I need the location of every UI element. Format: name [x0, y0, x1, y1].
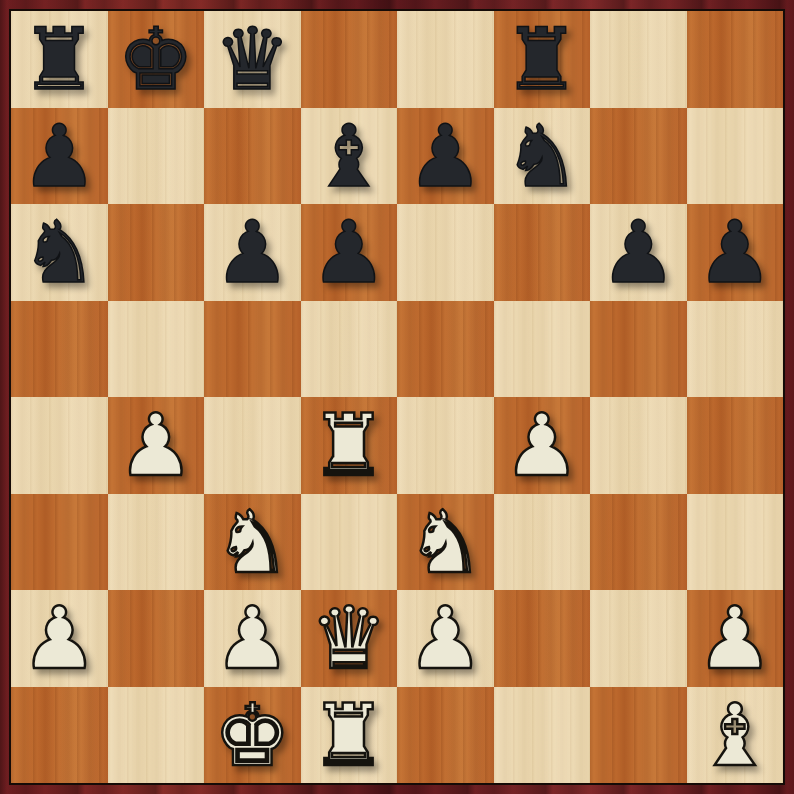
square-g4[interactable]: [590, 397, 687, 494]
square-c8[interactable]: ♛: [204, 11, 301, 108]
square-b5[interactable]: [108, 301, 205, 398]
square-e3[interactable]: ♞: [397, 494, 494, 591]
square-g3[interactable]: [590, 494, 687, 591]
square-g2[interactable]: [590, 590, 687, 687]
white-pawn-a2[interactable]: ♟: [21, 595, 98, 681]
black-pawn-c6[interactable]: ♟: [214, 209, 291, 295]
square-f2[interactable]: [494, 590, 591, 687]
square-h5[interactable]: [687, 301, 784, 398]
square-g5[interactable]: [590, 301, 687, 398]
square-d7[interactable]: ♝: [301, 108, 398, 205]
black-pawn-d6[interactable]: ♟: [310, 209, 387, 295]
square-c2[interactable]: ♟: [204, 590, 301, 687]
square-d3[interactable]: [301, 494, 398, 591]
square-f8[interactable]: ♜: [494, 11, 591, 108]
square-d6[interactable]: ♟: [301, 204, 398, 301]
square-c1[interactable]: ♚: [204, 687, 301, 784]
square-g1[interactable]: [590, 687, 687, 784]
square-c6[interactable]: ♟: [204, 204, 301, 301]
square-a4[interactable]: [11, 397, 108, 494]
white-knight-e3[interactable]: ♞: [407, 499, 484, 585]
square-f3[interactable]: [494, 494, 591, 591]
square-h4[interactable]: [687, 397, 784, 494]
square-b7[interactable]: [108, 108, 205, 205]
black-pawn-h6[interactable]: ♟: [696, 209, 773, 295]
square-a1[interactable]: [11, 687, 108, 784]
square-f5[interactable]: [494, 301, 591, 398]
square-a2[interactable]: ♟: [11, 590, 108, 687]
black-rook-a8[interactable]: ♜: [21, 16, 98, 102]
square-b3[interactable]: [108, 494, 205, 591]
white-pawn-e2[interactable]: ♟: [407, 595, 484, 681]
square-b4[interactable]: ♟: [108, 397, 205, 494]
black-queen-c8[interactable]: ♛: [214, 16, 291, 102]
square-e8[interactable]: [397, 11, 494, 108]
square-d8[interactable]: [301, 11, 398, 108]
black-knight-f7[interactable]: ♞: [503, 113, 580, 199]
black-pawn-e7[interactable]: ♟: [407, 113, 484, 199]
square-a3[interactable]: [11, 494, 108, 591]
square-b2[interactable]: [108, 590, 205, 687]
square-g8[interactable]: [590, 11, 687, 108]
square-f6[interactable]: [494, 204, 591, 301]
square-e2[interactable]: ♟: [397, 590, 494, 687]
square-a6[interactable]: ♞: [11, 204, 108, 301]
square-h2[interactable]: ♟: [687, 590, 784, 687]
square-d4[interactable]: ♜: [301, 397, 398, 494]
square-f4[interactable]: ♟: [494, 397, 591, 494]
square-h8[interactable]: [687, 11, 784, 108]
square-h1[interactable]: ♝: [687, 687, 784, 784]
square-a7[interactable]: ♟: [11, 108, 108, 205]
white-bishop-h1[interactable]: ♝: [696, 692, 773, 778]
black-pawn-g6[interactable]: ♟: [600, 209, 677, 295]
square-e4[interactable]: [397, 397, 494, 494]
black-king-b8[interactable]: ♚: [117, 16, 194, 102]
black-rook-f8[interactable]: ♜: [503, 16, 580, 102]
white-pawn-b4[interactable]: ♟: [117, 402, 194, 488]
white-pawn-f4[interactable]: ♟: [503, 402, 580, 488]
square-c3[interactable]: ♞: [204, 494, 301, 591]
square-b8[interactable]: ♚: [108, 11, 205, 108]
white-knight-c3[interactable]: ♞: [214, 499, 291, 585]
black-pawn-a7[interactable]: ♟: [21, 113, 98, 199]
square-e1[interactable]: [397, 687, 494, 784]
square-h3[interactable]: [687, 494, 784, 591]
square-f1[interactable]: [494, 687, 591, 784]
black-knight-a6[interactable]: ♞: [21, 209, 98, 295]
square-a8[interactable]: ♜: [11, 11, 108, 108]
square-f7[interactable]: ♞: [494, 108, 591, 205]
white-queen-d2[interactable]: ♛: [310, 595, 387, 681]
square-g7[interactable]: [590, 108, 687, 205]
board-grid: ♜♚♛♜♟♝♟♞♞♟♟♟♟♟♜♟♞♞♟♟♛♟♟♚♜♝: [9, 9, 785, 785]
square-d2[interactable]: ♛: [301, 590, 398, 687]
white-pawn-c2[interactable]: ♟: [214, 595, 291, 681]
square-h7[interactable]: [687, 108, 784, 205]
white-rook-d4[interactable]: ♜: [310, 402, 387, 488]
square-c4[interactable]: [204, 397, 301, 494]
white-rook-d1[interactable]: ♜: [310, 692, 387, 778]
square-e6[interactable]: [397, 204, 494, 301]
square-c5[interactable]: [204, 301, 301, 398]
square-a5[interactable]: [11, 301, 108, 398]
square-d1[interactable]: ♜: [301, 687, 398, 784]
white-king-c1[interactable]: ♚: [214, 692, 291, 778]
chess-board-frame: ♜♚♛♜♟♝♟♞♞♟♟♟♟♟♜♟♞♞♟♟♛♟♟♚♜♝: [0, 0, 794, 794]
white-pawn-h2[interactable]: ♟: [696, 595, 773, 681]
square-b6[interactable]: [108, 204, 205, 301]
square-c7[interactable]: [204, 108, 301, 205]
square-b1[interactable]: [108, 687, 205, 784]
square-h6[interactable]: ♟: [687, 204, 784, 301]
square-g6[interactable]: ♟: [590, 204, 687, 301]
square-e5[interactable]: [397, 301, 494, 398]
square-e7[interactable]: ♟: [397, 108, 494, 205]
black-bishop-d7[interactable]: ♝: [310, 113, 387, 199]
square-d5[interactable]: [301, 301, 398, 398]
